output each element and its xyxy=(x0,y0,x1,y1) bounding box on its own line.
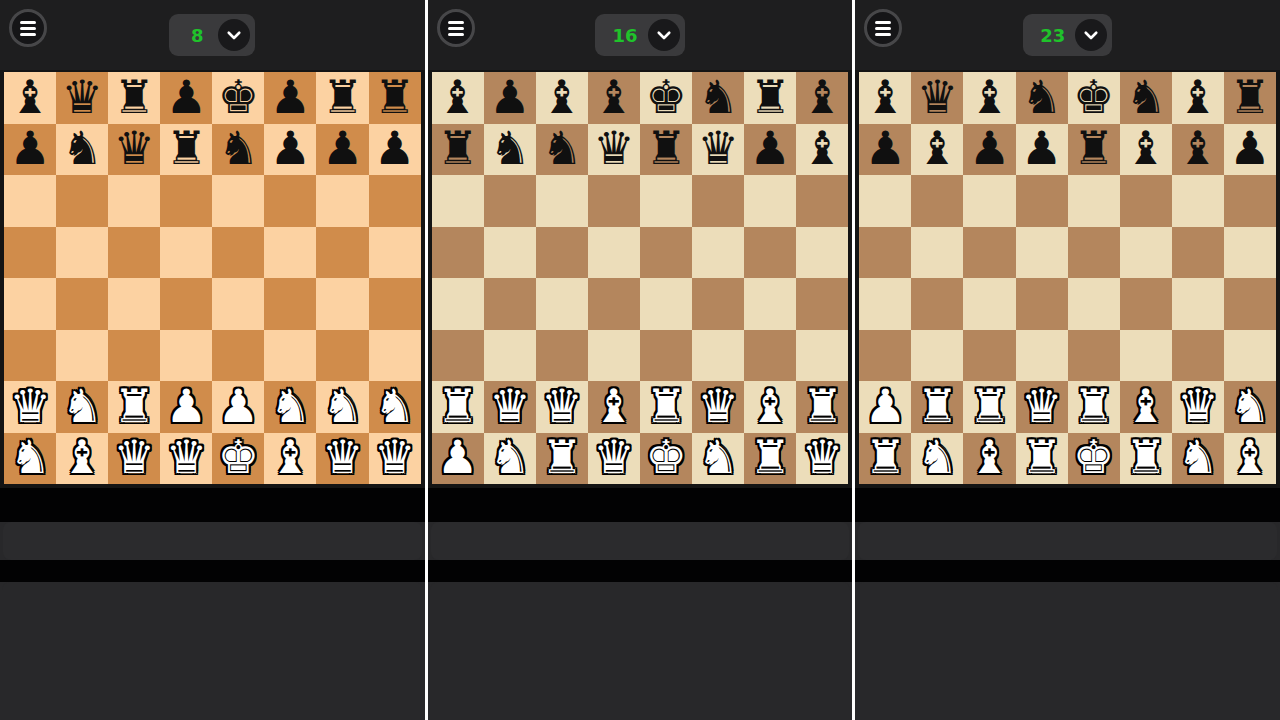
square-g4[interactable] xyxy=(744,278,796,330)
black-queen: ♛ xyxy=(917,74,958,120)
square-e7[interactable]: ♞ xyxy=(212,124,264,176)
square-c5[interactable] xyxy=(108,227,160,279)
square-c4[interactable] xyxy=(963,278,1015,330)
panel-2-header: 16 xyxy=(428,0,853,70)
piece-count-value: 16 xyxy=(612,25,637,46)
black-king: ♚ xyxy=(1073,74,1114,120)
square-b2[interactable]: ♜ xyxy=(911,381,963,433)
black-bishop: ♝ xyxy=(541,74,582,120)
square-d2[interactable]: ♟ xyxy=(160,381,212,433)
square-f6[interactable] xyxy=(264,175,316,227)
square-h4[interactable] xyxy=(796,278,848,330)
square-c1[interactable]: ♜ xyxy=(536,433,588,485)
square-c6[interactable] xyxy=(963,175,1015,227)
footer-area xyxy=(2,582,423,720)
black-queen: ♛ xyxy=(114,125,155,171)
square-c7[interactable]: ♟ xyxy=(963,124,1015,176)
black-pawn: ♟ xyxy=(166,74,207,120)
square-g2[interactable]: ♝ xyxy=(744,381,796,433)
square-g3[interactable] xyxy=(1172,330,1224,382)
white-knight: ♞ xyxy=(1229,383,1270,429)
black-bishop: ♝ xyxy=(802,125,843,171)
square-c7[interactable]: ♞ xyxy=(536,124,588,176)
white-pawn: ♟ xyxy=(437,434,478,480)
black-pawn: ♟ xyxy=(489,74,530,120)
square-g7[interactable]: ♝ xyxy=(1172,124,1224,176)
square-a1[interactable]: ♜ xyxy=(859,433,911,485)
black-rook: ♜ xyxy=(322,74,363,120)
square-e1[interactable]: ♚ xyxy=(1068,433,1120,485)
square-e2[interactable]: ♟ xyxy=(212,381,264,433)
square-f5[interactable] xyxy=(692,227,744,279)
square-b7[interactable]: ♞ xyxy=(56,124,108,176)
square-f5[interactable] xyxy=(264,227,316,279)
white-rook: ♜ xyxy=(437,383,478,429)
square-c5[interactable] xyxy=(536,227,588,279)
square-h6[interactable] xyxy=(369,175,421,227)
square-b3[interactable] xyxy=(911,330,963,382)
square-h4[interactable] xyxy=(1224,278,1276,330)
white-rook: ♜ xyxy=(645,383,686,429)
white-king: ♚ xyxy=(645,434,686,480)
square-f7[interactable]: ♛ xyxy=(692,124,744,176)
square-b4[interactable] xyxy=(911,278,963,330)
white-queen: ♛ xyxy=(374,434,415,480)
black-knight: ♞ xyxy=(541,125,582,171)
white-knight: ♞ xyxy=(61,383,102,429)
black-rook: ♜ xyxy=(437,125,478,171)
black-pawn: ♟ xyxy=(969,125,1010,171)
square-b8[interactable]: ♛ xyxy=(56,72,108,124)
square-a7[interactable]: ♜ xyxy=(432,124,484,176)
square-a1[interactable]: ♟ xyxy=(432,433,484,485)
square-e6[interactable] xyxy=(1068,175,1120,227)
square-f8[interactable]: ♞ xyxy=(692,72,744,124)
square-d4[interactable] xyxy=(160,278,212,330)
black-rook: ♜ xyxy=(750,74,791,120)
black-bishop: ♝ xyxy=(9,74,50,120)
square-h5[interactable] xyxy=(1224,227,1276,279)
white-bishop: ♝ xyxy=(270,434,311,480)
black-bishop: ♝ xyxy=(1125,125,1166,171)
white-queen: ♛ xyxy=(1177,383,1218,429)
black-pawn: ♟ xyxy=(1021,125,1062,171)
black-strip-top xyxy=(0,488,425,522)
square-a6[interactable] xyxy=(859,175,911,227)
square-d7[interactable]: ♛ xyxy=(588,124,640,176)
square-f6[interactable] xyxy=(1120,175,1172,227)
white-bishop: ♝ xyxy=(1125,383,1166,429)
black-knight: ♞ xyxy=(489,125,530,171)
black-bishop: ♝ xyxy=(437,74,478,120)
square-b1[interactable]: ♞ xyxy=(484,433,536,485)
black-bishop: ♝ xyxy=(1177,125,1218,171)
black-pawn: ♟ xyxy=(9,125,50,171)
square-d1[interactable]: ♜ xyxy=(1016,433,1068,485)
square-g3[interactable] xyxy=(744,330,796,382)
triple-board-layout: 8 ♝♛♜♟♚♟♜♜♟♞♛♜♞♟♟♟♛♞♜♟♟♞♞♞♞♝♛♛♚♝♛♛ 16 xyxy=(0,0,1280,720)
square-a7[interactable]: ♟ xyxy=(859,124,911,176)
square-d1[interactable]: ♛ xyxy=(588,433,640,485)
square-e2[interactable]: ♜ xyxy=(1068,381,1120,433)
square-e4[interactable] xyxy=(640,278,692,330)
square-d2[interactable]: ♛ xyxy=(1016,381,1068,433)
square-e7[interactable]: ♜ xyxy=(640,124,692,176)
white-bishop: ♝ xyxy=(61,434,102,480)
black-rook: ♜ xyxy=(374,74,415,120)
square-b7[interactable]: ♝ xyxy=(911,124,963,176)
ad-banner xyxy=(431,522,850,560)
square-g5[interactable] xyxy=(1172,227,1224,279)
hamburger-icon xyxy=(20,21,36,24)
square-f4[interactable] xyxy=(1120,278,1172,330)
square-f4[interactable] xyxy=(692,278,744,330)
chess-board-2: ♝♟♝♝♚♞♜♝♜♞♞♛♜♛♟♝♜♛♛♝♜♛♝♜♟♞♜♛♚♞♜♛ xyxy=(428,70,853,488)
white-bishop: ♝ xyxy=(593,383,634,429)
white-rook: ♜ xyxy=(541,434,582,480)
square-d3[interactable] xyxy=(588,330,640,382)
panel-1-header: 8 xyxy=(0,0,425,70)
square-f1[interactable]: ♞ xyxy=(692,433,744,485)
square-d8[interactable]: ♟ xyxy=(160,72,212,124)
square-d1[interactable]: ♛ xyxy=(160,433,212,485)
square-a5[interactable] xyxy=(859,227,911,279)
black-knight: ♞ xyxy=(697,74,738,120)
square-f8[interactable]: ♞ xyxy=(1120,72,1172,124)
square-c4[interactable] xyxy=(536,278,588,330)
square-d6[interactable] xyxy=(160,175,212,227)
square-c2[interactable]: ♛ xyxy=(536,381,588,433)
square-d8[interactable]: ♞ xyxy=(1016,72,1068,124)
white-bishop: ♝ xyxy=(969,434,1010,480)
square-b2[interactable]: ♛ xyxy=(484,381,536,433)
square-b8[interactable]: ♟ xyxy=(484,72,536,124)
square-b7[interactable]: ♞ xyxy=(484,124,536,176)
square-d4[interactable] xyxy=(588,278,640,330)
square-a4[interactable] xyxy=(859,278,911,330)
square-h2[interactable]: ♞ xyxy=(1224,381,1276,433)
white-pawn: ♟ xyxy=(865,383,906,429)
square-a8[interactable]: ♝ xyxy=(4,72,56,124)
square-h3[interactable] xyxy=(1224,330,1276,382)
square-g4[interactable] xyxy=(1172,278,1224,330)
square-f6[interactable] xyxy=(692,175,744,227)
square-b1[interactable]: ♞ xyxy=(911,433,963,485)
square-d4[interactable] xyxy=(1016,278,1068,330)
square-g4[interactable] xyxy=(316,278,368,330)
square-c3[interactable] xyxy=(108,330,160,382)
panel-3-header: 23 xyxy=(855,0,1280,70)
white-rook: ♜ xyxy=(750,434,791,480)
black-strip-bottom xyxy=(0,560,425,582)
black-pawn: ♟ xyxy=(270,74,311,120)
white-rook: ♜ xyxy=(969,383,1010,429)
square-f5[interactable] xyxy=(1120,227,1172,279)
white-knight: ♞ xyxy=(374,383,415,429)
chevron-down-icon[interactable] xyxy=(648,19,680,51)
white-pawn: ♟ xyxy=(218,383,259,429)
square-g3[interactable] xyxy=(316,330,368,382)
square-e8[interactable]: ♚ xyxy=(640,72,692,124)
square-h1[interactable]: ♝ xyxy=(1224,433,1276,485)
square-a1[interactable]: ♞ xyxy=(4,433,56,485)
hamburger-icon xyxy=(875,21,891,24)
square-d6[interactable] xyxy=(1016,175,1068,227)
black-knight: ♞ xyxy=(1125,74,1166,120)
square-e4[interactable] xyxy=(1068,278,1120,330)
white-queen: ♛ xyxy=(489,383,530,429)
square-e1[interactable]: ♚ xyxy=(640,433,692,485)
square-e2[interactable]: ♜ xyxy=(640,381,692,433)
square-g8[interactable]: ♜ xyxy=(316,72,368,124)
hamburger-menu-button[interactable] xyxy=(9,9,47,47)
square-a4[interactable] xyxy=(4,278,56,330)
white-knight: ♞ xyxy=(1177,434,1218,480)
black-rook: ♜ xyxy=(1229,74,1270,120)
square-g5[interactable] xyxy=(316,227,368,279)
black-strip-top xyxy=(428,488,853,522)
square-h8[interactable]: ♜ xyxy=(369,72,421,124)
hamburger-menu-button[interactable] xyxy=(437,9,475,47)
black-pawn: ♟ xyxy=(1229,125,1270,171)
square-h1[interactable]: ♛ xyxy=(796,433,848,485)
square-b4[interactable] xyxy=(484,278,536,330)
square-c1[interactable]: ♛ xyxy=(108,433,160,485)
white-queen: ♛ xyxy=(541,383,582,429)
square-h3[interactable] xyxy=(796,330,848,382)
white-king: ♚ xyxy=(218,434,259,480)
square-e5[interactable] xyxy=(1068,227,1120,279)
square-b4[interactable] xyxy=(56,278,108,330)
black-strip-bottom xyxy=(428,560,853,582)
square-a8[interactable]: ♝ xyxy=(432,72,484,124)
square-h2[interactable]: ♜ xyxy=(796,381,848,433)
square-c6[interactable] xyxy=(108,175,160,227)
square-d3[interactable] xyxy=(1016,330,1068,382)
square-g2[interactable]: ♛ xyxy=(1172,381,1224,433)
square-d3[interactable] xyxy=(160,330,212,382)
square-e6[interactable] xyxy=(640,175,692,227)
square-g8[interactable]: ♝ xyxy=(1172,72,1224,124)
square-f3[interactable] xyxy=(264,330,316,382)
black-king: ♚ xyxy=(645,74,686,120)
white-queen: ♛ xyxy=(697,383,738,429)
square-c8[interactable]: ♝ xyxy=(963,72,1015,124)
white-queen: ♛ xyxy=(114,434,155,480)
square-h1[interactable]: ♛ xyxy=(369,433,421,485)
square-a2[interactable]: ♟ xyxy=(859,381,911,433)
white-bishop: ♝ xyxy=(750,383,791,429)
black-bishop: ♝ xyxy=(802,74,843,120)
square-b5[interactable] xyxy=(56,227,108,279)
square-g1[interactable]: ♞ xyxy=(1172,433,1224,485)
square-c7[interactable]: ♛ xyxy=(108,124,160,176)
board-panel-2: 16 ♝♟♝♝♚♞♜♝♜♞♞♛♜♛♟♝♜♛♛♝♜♛♝♜♟♞♜♛♚♞♜♛ xyxy=(428,0,853,720)
square-d5[interactable] xyxy=(1016,227,1068,279)
square-a6[interactable] xyxy=(432,175,484,227)
square-b5[interactable] xyxy=(484,227,536,279)
square-g1[interactable]: ♛ xyxy=(316,433,368,485)
white-queen: ♛ xyxy=(322,434,363,480)
square-e7[interactable]: ♜ xyxy=(1068,124,1120,176)
square-a3[interactable] xyxy=(4,330,56,382)
black-rook: ♜ xyxy=(114,74,155,120)
square-f7[interactable]: ♝ xyxy=(1120,124,1172,176)
square-f2[interactable]: ♞ xyxy=(264,381,316,433)
square-h2[interactable]: ♞ xyxy=(369,381,421,433)
square-h5[interactable] xyxy=(796,227,848,279)
white-rook: ♜ xyxy=(114,383,155,429)
square-b8[interactable]: ♛ xyxy=(911,72,963,124)
square-g8[interactable]: ♜ xyxy=(744,72,796,124)
white-queen: ♛ xyxy=(802,434,843,480)
square-d7[interactable]: ♜ xyxy=(160,124,212,176)
square-e4[interactable] xyxy=(212,278,264,330)
square-f8[interactable]: ♟ xyxy=(264,72,316,124)
square-e8[interactable]: ♚ xyxy=(212,72,264,124)
square-c3[interactable] xyxy=(963,330,1015,382)
square-f1[interactable]: ♜ xyxy=(1120,433,1172,485)
chess-board-3: ♝♛♝♞♚♞♝♜♟♝♟♟♜♝♝♟♟♜♜♛♜♝♛♞♜♞♝♜♚♜♞♝ xyxy=(855,70,1280,488)
square-a6[interactable] xyxy=(4,175,56,227)
square-d5[interactable] xyxy=(160,227,212,279)
square-g7[interactable]: ♟ xyxy=(316,124,368,176)
square-g7[interactable]: ♟ xyxy=(744,124,796,176)
footer-area xyxy=(430,582,851,720)
square-g2[interactable]: ♞ xyxy=(316,381,368,433)
black-bishop: ♝ xyxy=(917,125,958,171)
square-b6[interactable] xyxy=(56,175,108,227)
square-a4[interactable] xyxy=(432,278,484,330)
white-knight: ♞ xyxy=(9,434,50,480)
square-g6[interactable] xyxy=(316,175,368,227)
square-h8[interactable]: ♝ xyxy=(796,72,848,124)
black-bishop: ♝ xyxy=(593,74,634,120)
black-knight: ♞ xyxy=(61,125,102,171)
square-a7[interactable]: ♟ xyxy=(4,124,56,176)
square-f2[interactable]: ♝ xyxy=(1120,381,1172,433)
square-d8[interactable]: ♝ xyxy=(588,72,640,124)
piece-count-dropdown[interactable]: 16 xyxy=(595,14,684,56)
ad-banner xyxy=(858,522,1277,560)
square-b2[interactable]: ♞ xyxy=(56,381,108,433)
black-pawn: ♟ xyxy=(750,125,791,171)
square-b5[interactable] xyxy=(911,227,963,279)
white-rook: ♜ xyxy=(1021,434,1062,480)
square-a2[interactable]: ♜ xyxy=(432,381,484,433)
square-c4[interactable] xyxy=(108,278,160,330)
piece-count-value: 8 xyxy=(186,25,208,46)
square-h3[interactable] xyxy=(369,330,421,382)
square-e6[interactable] xyxy=(212,175,264,227)
square-a5[interactable] xyxy=(4,227,56,279)
square-e3[interactable] xyxy=(212,330,264,382)
square-h4[interactable] xyxy=(369,278,421,330)
white-queen: ♛ xyxy=(166,434,207,480)
square-d7[interactable]: ♟ xyxy=(1016,124,1068,176)
square-a2[interactable]: ♛ xyxy=(4,381,56,433)
square-a5[interactable] xyxy=(432,227,484,279)
square-f1[interactable]: ♝ xyxy=(264,433,316,485)
white-rook: ♜ xyxy=(802,383,843,429)
square-f3[interactable] xyxy=(692,330,744,382)
square-c5[interactable] xyxy=(963,227,1015,279)
square-f7[interactable]: ♟ xyxy=(264,124,316,176)
square-b1[interactable]: ♝ xyxy=(56,433,108,485)
square-c2[interactable]: ♜ xyxy=(108,381,160,433)
white-knight: ♞ xyxy=(917,434,958,480)
square-c2[interactable]: ♜ xyxy=(963,381,1015,433)
piece-count-value: 23 xyxy=(1040,25,1065,46)
square-e8[interactable]: ♚ xyxy=(1068,72,1120,124)
square-c1[interactable]: ♝ xyxy=(963,433,1015,485)
square-d2[interactable]: ♝ xyxy=(588,381,640,433)
square-b3[interactable] xyxy=(56,330,108,382)
chess-board-1: ♝♛♜♟♚♟♜♜♟♞♛♜♞♟♟♟♛♞♜♟♟♞♞♞♞♝♛♛♚♝♛♛ xyxy=(0,70,425,488)
square-h6[interactable] xyxy=(1224,175,1276,227)
square-h7[interactable]: ♝ xyxy=(796,124,848,176)
square-b6[interactable] xyxy=(911,175,963,227)
white-rook: ♜ xyxy=(865,434,906,480)
square-e1[interactable]: ♚ xyxy=(212,433,264,485)
square-a3[interactable] xyxy=(859,330,911,382)
piece-count-dropdown[interactable]: 8 xyxy=(169,14,255,56)
black-queen: ♛ xyxy=(61,74,102,120)
black-king: ♚ xyxy=(218,74,259,120)
black-knight: ♞ xyxy=(218,125,259,171)
square-h5[interactable] xyxy=(369,227,421,279)
square-c6[interactable] xyxy=(536,175,588,227)
black-strip-bottom xyxy=(855,560,1280,582)
square-a3[interactable] xyxy=(432,330,484,382)
ad-banner xyxy=(3,522,422,560)
square-h8[interactable]: ♜ xyxy=(1224,72,1276,124)
square-c8[interactable]: ♝ xyxy=(536,72,588,124)
square-e3[interactable] xyxy=(1068,330,1120,382)
square-h6[interactable] xyxy=(796,175,848,227)
square-b6[interactable] xyxy=(484,175,536,227)
chevron-down-icon[interactable] xyxy=(218,19,250,51)
black-strip-top xyxy=(855,488,1280,522)
square-g1[interactable]: ♜ xyxy=(744,433,796,485)
square-f4[interactable] xyxy=(264,278,316,330)
square-f3[interactable] xyxy=(1120,330,1172,382)
square-e5[interactable] xyxy=(640,227,692,279)
square-d6[interactable] xyxy=(588,175,640,227)
square-a8[interactable]: ♝ xyxy=(859,72,911,124)
square-g6[interactable] xyxy=(744,175,796,227)
square-d5[interactable] xyxy=(588,227,640,279)
white-bishop: ♝ xyxy=(1229,434,1270,480)
white-queen: ♛ xyxy=(593,434,634,480)
black-pawn: ♟ xyxy=(374,125,415,171)
square-h7[interactable]: ♟ xyxy=(1224,124,1276,176)
white-knight: ♞ xyxy=(489,434,530,480)
square-h7[interactable]: ♟ xyxy=(369,124,421,176)
square-g5[interactable] xyxy=(744,227,796,279)
square-c3[interactable] xyxy=(536,330,588,382)
square-c8[interactable]: ♜ xyxy=(108,72,160,124)
square-e5[interactable] xyxy=(212,227,264,279)
square-b3[interactable] xyxy=(484,330,536,382)
chevron-down-icon[interactable] xyxy=(1075,19,1107,51)
black-queen: ♛ xyxy=(697,125,738,171)
square-f2[interactable]: ♛ xyxy=(692,381,744,433)
hamburger-menu-button[interactable] xyxy=(864,9,902,47)
square-e3[interactable] xyxy=(640,330,692,382)
square-g6[interactable] xyxy=(1172,175,1224,227)
piece-count-dropdown[interactable]: 23 xyxy=(1023,14,1112,56)
